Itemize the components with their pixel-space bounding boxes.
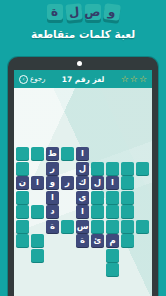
- back-arrow-icon: ‹: [19, 75, 28, 84]
- unsolved-cell[interactable]: [121, 234, 134, 247]
- unsolved-cell[interactable]: [61, 147, 74, 160]
- empty-cell: [121, 249, 134, 262]
- empty-cell: [31, 191, 44, 204]
- unsolved-cell[interactable]: [16, 205, 29, 218]
- page-background: وصلة لعبة كلمات متقاطعة ‹ رجوع لغز رقم 1…: [0, 0, 166, 296]
- unsolved-cell[interactable]: [136, 220, 149, 233]
- letter-cell[interactable]: و: [46, 176, 59, 189]
- letter-cell[interactable]: ة: [46, 220, 59, 233]
- unsolved-cell[interactable]: [31, 234, 44, 247]
- star-icon: ☆: [130, 70, 138, 88]
- empty-cell: [46, 263, 59, 276]
- unsolved-cell[interactable]: [16, 234, 29, 247]
- unsolved-cell[interactable]: [106, 162, 119, 175]
- empty-cell: [61, 205, 74, 218]
- letter-cell[interactable]: م: [106, 234, 119, 247]
- empty-cell: [31, 263, 44, 276]
- unsolved-cell[interactable]: [121, 191, 134, 204]
- unsolved-cell[interactable]: [31, 205, 44, 218]
- phone-screen: ‹ رجوع لغز رقم 17 ☆☆☆ طارلناوركلاايداةسة…: [14, 70, 152, 296]
- unsolved-cell[interactable]: [16, 220, 29, 233]
- empty-cell: [61, 263, 74, 276]
- empty-cell: [61, 234, 74, 247]
- logo-tile: ة: [47, 4, 63, 20]
- logo-letter-tiles: وصلة: [0, 4, 166, 20]
- logo-tile: ل: [65, 3, 82, 20]
- empty-cell: [61, 249, 74, 262]
- back-button[interactable]: ‹ رجوع: [19, 75, 46, 84]
- empty-cell: [61, 191, 74, 204]
- unsolved-cell[interactable]: [121, 176, 134, 189]
- letter-cell[interactable]: ك: [76, 176, 89, 189]
- letter-cell[interactable]: ا: [31, 176, 44, 189]
- letter-cell[interactable]: ا: [46, 191, 59, 204]
- logo-tile: و: [103, 3, 121, 21]
- letter-cell[interactable]: ن: [16, 176, 29, 189]
- empty-cell: [16, 263, 29, 276]
- empty-cell: [31, 162, 44, 175]
- phone-mockup: ‹ رجوع لغز رقم 17 ☆☆☆ طارلناوركلاايداةسة…: [8, 57, 158, 296]
- unsolved-cell[interactable]: [121, 162, 134, 175]
- unsolved-cell[interactable]: [106, 220, 119, 233]
- camera-dot-icon: [77, 61, 82, 66]
- empty-cell: [16, 249, 29, 262]
- unsolved-cell[interactable]: [16, 147, 29, 160]
- empty-cell: [136, 176, 149, 189]
- letter-cell[interactable]: ر: [46, 162, 59, 175]
- empty-cell: [106, 147, 119, 160]
- unsolved-cell[interactable]: [16, 191, 29, 204]
- unsolved-cell[interactable]: [106, 249, 119, 262]
- empty-cell: [46, 234, 59, 247]
- unsolved-cell[interactable]: [106, 205, 119, 218]
- empty-cell: [91, 249, 104, 262]
- letter-cell[interactable]: س: [76, 220, 89, 233]
- unsolved-cell[interactable]: [31, 249, 44, 262]
- star-icon: ☆: [121, 70, 129, 88]
- unsolved-cell[interactable]: [91, 220, 104, 233]
- empty-cell: [61, 162, 74, 175]
- star-icon: ☆: [139, 70, 147, 88]
- letter-cell[interactable]: ر: [61, 176, 74, 189]
- puzzle-board: طارلناوركلاايداةسةئم: [14, 88, 152, 296]
- unsolved-cell[interactable]: [106, 263, 119, 276]
- game-topbar: ‹ رجوع لغز رقم 17 ☆☆☆: [14, 70, 152, 88]
- empty-cell: [136, 191, 149, 204]
- back-button-label: رجوع: [30, 75, 46, 83]
- empty-cell: [31, 220, 44, 233]
- empty-cell: [76, 249, 89, 262]
- letter-cell[interactable]: ئ: [91, 234, 104, 247]
- letter-cell[interactable]: ا: [76, 147, 89, 160]
- unsolved-cell[interactable]: [91, 205, 104, 218]
- empty-cell: [121, 263, 134, 276]
- empty-cell: [76, 263, 89, 276]
- empty-cell: [121, 147, 134, 160]
- letter-cell[interactable]: ل: [91, 176, 104, 189]
- empty-cell: [91, 263, 104, 276]
- letter-cell[interactable]: ة: [76, 234, 89, 247]
- letter-cell[interactable]: ي: [76, 191, 89, 204]
- letter-cell[interactable]: ل: [76, 162, 89, 175]
- letter-cell[interactable]: ا: [76, 205, 89, 218]
- unsolved-cell[interactable]: [91, 162, 104, 175]
- unsolved-cell[interactable]: [136, 162, 149, 175]
- empty-cell: [91, 147, 104, 160]
- empty-cell: [136, 147, 149, 160]
- unsolved-cell[interactable]: [16, 162, 29, 175]
- empty-cell: [136, 205, 149, 218]
- unsolved-cell[interactable]: [121, 205, 134, 218]
- unsolved-cell[interactable]: [31, 147, 44, 160]
- app-logo-area: وصلة لعبة كلمات متقاطعة: [0, 0, 166, 57]
- letter-cell[interactable]: ا: [106, 176, 119, 189]
- empty-cell: [46, 249, 59, 262]
- letter-cell[interactable]: د: [46, 205, 59, 218]
- empty-cell: [136, 263, 149, 276]
- app-tagline: لعبة كلمات متقاطعة: [0, 28, 166, 40]
- empty-cell: [136, 234, 149, 247]
- unsolved-cell[interactable]: [106, 191, 119, 204]
- unsolved-cell[interactable]: [61, 220, 74, 233]
- unsolved-cell[interactable]: [121, 220, 134, 233]
- logo-tile: ص: [85, 4, 101, 20]
- unsolved-cell[interactable]: [91, 191, 104, 204]
- letter-cell[interactable]: ط: [46, 147, 59, 160]
- crossword-grid: طارلناوركلاايداةسةئم: [16, 147, 149, 276]
- stars-rating: ☆☆☆: [121, 70, 147, 88]
- empty-cell: [136, 249, 149, 262]
